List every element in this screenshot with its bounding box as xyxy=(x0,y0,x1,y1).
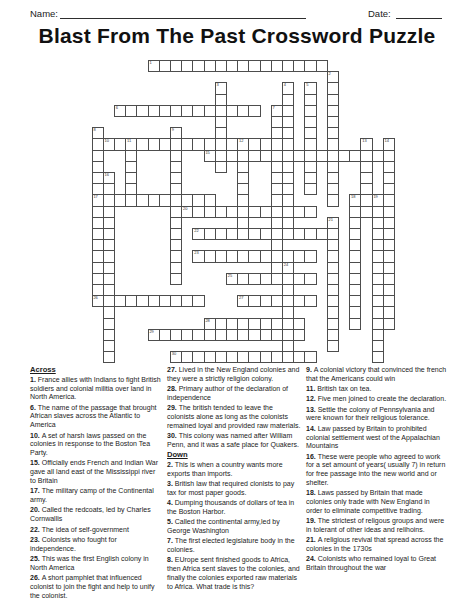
grid-cell[interactable] xyxy=(293,329,305,341)
clue-item: 10. A set of harsh laws passed on the co… xyxy=(30,432,163,458)
grid-cell[interactable] xyxy=(383,318,395,330)
clue-item: 26. A short pamphlet that influenced col… xyxy=(30,574,163,600)
grid-cell[interactable] xyxy=(349,150,361,162)
grid-cell[interactable] xyxy=(327,340,339,352)
grid-cell[interactable] xyxy=(293,150,305,162)
grid-cell[interactable]: 15 xyxy=(204,150,216,162)
grid-cell[interactable]: 26 xyxy=(92,295,104,307)
clue-item: 25. This was the first English colony in… xyxy=(30,555,163,573)
clue-number: 15 xyxy=(205,151,209,155)
clue-number: 21 xyxy=(329,218,333,222)
clue-item: 9. A colonial victory that convinced the… xyxy=(306,366,448,384)
clue-number: 11 xyxy=(127,139,131,143)
crossword-grid[interactable]: 1234567817910111213141516181920212223242… xyxy=(58,60,398,364)
puzzle-title: Blast From The Past Crossword Puzzle xyxy=(0,24,474,48)
grid-cell[interactable] xyxy=(260,150,272,162)
clue-item: 16. These were people who agreed to work… xyxy=(306,453,448,488)
grid-cell[interactable] xyxy=(316,228,328,240)
clue-item: 6. The name of the passage that brought … xyxy=(30,404,163,430)
clue-item: 2. This is when a country wants more exp… xyxy=(167,461,301,479)
clue-item: 30. This colony was named after William … xyxy=(167,432,301,450)
grid-cell[interactable] xyxy=(226,206,238,218)
clue-item: 29. The british tended to leave the colo… xyxy=(167,404,301,430)
clue-number: 26 xyxy=(93,296,97,300)
grid-cell[interactable] xyxy=(170,273,182,285)
grid-cell[interactable] xyxy=(271,351,283,363)
clue-item: 13. Settle the colony of Pennsylvania an… xyxy=(306,406,448,424)
clue-number: 13 xyxy=(362,139,366,143)
clue-item: 24. Colonists who remained loyal to Grea… xyxy=(306,555,448,573)
clue-column-2: 27. Lived in the New England colonies an… xyxy=(167,366,301,593)
date-label: Date: xyxy=(368,8,391,19)
grid-cell[interactable] xyxy=(215,161,227,173)
grid-cell[interactable] xyxy=(103,351,115,363)
grid-cell[interactable] xyxy=(226,228,238,240)
clue-number: 3 xyxy=(217,83,219,87)
grid-cell[interactable] xyxy=(304,351,316,363)
clue-number: 10 xyxy=(105,139,109,143)
clue-item: 5. Called the continental army,led by Ge… xyxy=(167,518,301,536)
clue-number: 19 xyxy=(373,195,377,199)
grid-cell[interactable] xyxy=(192,295,204,307)
clue-item: 8. EUrope sent finished goods to Africa,… xyxy=(167,556,301,591)
grid-cell[interactable] xyxy=(304,183,316,195)
clue-item: 27. Lived in the New England colonies an… xyxy=(167,366,301,384)
grid-cell[interactable] xyxy=(204,105,216,117)
grid-cell[interactable] xyxy=(304,250,316,262)
grid-cell[interactable] xyxy=(159,194,171,206)
clue-number: 23 xyxy=(194,251,198,255)
clue-number: 14 xyxy=(385,139,389,143)
clue-number: 27 xyxy=(239,296,243,300)
across-section-header: Across xyxy=(30,366,163,375)
grid-cell[interactable] xyxy=(226,150,238,162)
clue-item: 28. Primary author of the declaration of… xyxy=(167,385,301,403)
clue-item: 18. Laws passed by Britain that made col… xyxy=(306,489,448,515)
page-header: Name: Date: xyxy=(0,6,474,22)
clue-item: 23. Colonists who fought for independenc… xyxy=(30,536,163,554)
grid-cell[interactable] xyxy=(248,105,260,117)
clue-item: 15. Officially ends French and Indian Wa… xyxy=(30,459,163,485)
clue-number: 1 xyxy=(149,61,151,65)
grid-cell[interactable] xyxy=(260,206,272,218)
clue-number: 24 xyxy=(284,263,288,267)
clue-number: 7 xyxy=(273,106,275,110)
clue-item: 12. Five men joined to create the declar… xyxy=(306,395,448,404)
clue-number: 4 xyxy=(284,83,286,87)
clue-number: 17 xyxy=(93,195,97,199)
clue-item: 20. Called the redcoats, led by Charles … xyxy=(30,506,163,524)
clue-item: 1. France allies with Indians to fight B… xyxy=(30,376,163,402)
clue-column-1: Across1. France allies with Indians to f… xyxy=(30,366,163,602)
clue-item: 22. The idea of self-government xyxy=(30,526,163,535)
clue-item: 17. The military camp of the Continental… xyxy=(30,487,163,505)
clue-column-3: 9. A colonial victory that convinced the… xyxy=(306,366,448,575)
grid-cell[interactable] xyxy=(349,318,361,330)
grid-cell[interactable] xyxy=(260,250,272,262)
grid-cell[interactable] xyxy=(316,150,328,162)
name-label: Name: xyxy=(30,8,58,19)
clue-item: 7. The first elected legislature body in… xyxy=(167,537,301,555)
date-blank-line[interactable] xyxy=(396,7,442,19)
grid-cell[interactable] xyxy=(271,329,283,341)
clue-number: 5 xyxy=(306,83,308,87)
grid-cell[interactable] xyxy=(271,295,283,307)
clue-item: 14. Law passed by Britain to prohibited … xyxy=(306,425,448,451)
clue-number: 8 xyxy=(93,128,95,132)
grid-cell[interactable] xyxy=(114,194,126,206)
clue-number: 28 xyxy=(205,319,209,323)
grid-cell[interactable] xyxy=(260,273,272,285)
grid-cell[interactable] xyxy=(372,150,384,162)
clue-number: 16 xyxy=(105,173,109,177)
grid-cell[interactable] xyxy=(260,228,272,240)
down-section-header: Down xyxy=(167,451,301,460)
clue-number: 9 xyxy=(172,128,174,132)
clue-number: 30 xyxy=(172,352,176,356)
clue-item: 4. Dumping thousands of dollars of tea i… xyxy=(167,499,301,517)
clue-number: 25 xyxy=(228,274,232,278)
grid-cell[interactable] xyxy=(304,273,316,285)
grid-cell[interactable] xyxy=(327,194,339,206)
grid-cell[interactable] xyxy=(372,351,384,363)
clue-number: 6 xyxy=(116,106,118,110)
grid-cell[interactable] xyxy=(304,206,316,218)
clue-number: 22 xyxy=(194,229,198,233)
clue-item: 19. The strictest of religous groups and… xyxy=(306,517,448,535)
clue-number: 18 xyxy=(351,195,355,199)
clue-number: 20 xyxy=(183,207,187,211)
name-blank-line[interactable] xyxy=(60,7,306,19)
clue-item: 3. British law that required clonists to… xyxy=(167,480,301,498)
clue-item: 21. A religious revival that spread acro… xyxy=(306,536,448,554)
grid-cell[interactable] xyxy=(159,138,171,150)
grid-cell[interactable] xyxy=(304,295,316,307)
clue-number: 2 xyxy=(329,72,331,76)
clue-item: 11. British tax on tea. xyxy=(306,385,448,394)
clue-number: 12 xyxy=(239,139,243,143)
clue-number: 29 xyxy=(149,330,153,334)
